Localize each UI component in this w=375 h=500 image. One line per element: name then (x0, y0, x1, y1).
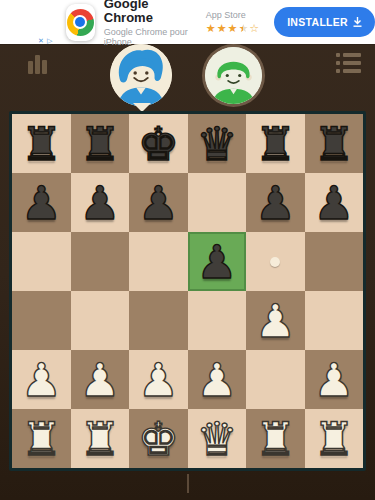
chess-piece-white-pawn[interactable]: ♟ (138, 357, 179, 403)
chess-piece-white-queen[interactable]: ♛ (196, 416, 237, 462)
chess-piece-white-rook[interactable]: ♜ (21, 416, 62, 462)
board-square-r3c6[interactable] (305, 232, 364, 291)
player-avatar-green[interactable] (205, 47, 262, 104)
chess-board-frame: ♜♜♚♛♜♜♟♟♟♟♟♟♟♟♟♟♟♟♜♜♚♛♜♜ (9, 111, 366, 471)
captured-pieces-icon (28, 55, 47, 74)
board-square-r6c1[interactable]: ♜ (12, 409, 71, 468)
board-square-r4c3[interactable] (129, 291, 188, 350)
chess-piece-black-pawn[interactable]: ♟ (255, 180, 296, 226)
board-square-r5c6[interactable]: ♟ (305, 350, 364, 409)
chrome-logo-icon (67, 9, 94, 36)
ad-text-block: Google Chrome Google Chrome pour iPhone (104, 0, 193, 47)
board-square-r3c4[interactable]: ♟ (188, 232, 247, 291)
chess-piece-black-rook[interactable]: ♜ (313, 121, 354, 167)
star-full-icon: ★ (206, 23, 216, 34)
board-square-r4c5[interactable]: ♟ (246, 291, 305, 350)
board-square-r6c3[interactable]: ♚ (129, 409, 188, 468)
menu-list-icon[interactable] (336, 53, 361, 73)
board-square-r5c5[interactable] (246, 350, 305, 409)
chess-piece-white-rook[interactable]: ♜ (255, 416, 296, 462)
chess-piece-white-pawn[interactable]: ♟ (313, 357, 354, 403)
board-square-r2c2[interactable]: ♟ (71, 173, 130, 232)
board-square-r3c1[interactable] (12, 232, 71, 291)
board-square-r5c4[interactable]: ♟ (188, 350, 247, 409)
chess-piece-black-rook[interactable]: ♜ (79, 121, 120, 167)
board-square-r3c5[interactable] (246, 232, 305, 291)
star-empty-icon: ☆ (249, 23, 259, 34)
board-square-r1c3[interactable]: ♚ (129, 114, 188, 173)
install-button-label: INSTALLER (287, 16, 348, 28)
board-square-r4c4[interactable] (188, 291, 247, 350)
move-hint-dot[interactable] (270, 257, 280, 267)
board-square-r4c1[interactable] (12, 291, 71, 350)
ad-app-title: Google Chrome (104, 0, 193, 25)
board-square-r2c1[interactable]: ♟ (12, 173, 71, 232)
board-square-r6c5[interactable]: ♜ (246, 409, 305, 468)
board-square-r5c2[interactable]: ♟ (71, 350, 130, 409)
board-square-r3c2[interactable] (71, 232, 130, 291)
captured-bar-3 (42, 60, 47, 74)
star-half-icon: ★ (238, 23, 248, 34)
chess-piece-black-pawn[interactable]: ♟ (313, 180, 354, 226)
chess-piece-black-pawn[interactable]: ♟ (138, 180, 179, 226)
star-full-icon: ★ (217, 23, 227, 34)
chess-piece-white-pawn[interactable]: ♟ (255, 298, 296, 344)
chess-piece-black-pawn[interactable]: ♟ (196, 239, 237, 285)
board-square-r5c3[interactable]: ♟ (129, 350, 188, 409)
board-square-r2c6[interactable]: ♟ (305, 173, 364, 232)
board-square-r1c2[interactable]: ♜ (71, 114, 130, 173)
chess-piece-black-pawn[interactable]: ♟ (21, 180, 62, 226)
chess-piece-white-pawn[interactable]: ♟ (21, 357, 62, 403)
app-store-label: App Store (206, 10, 259, 20)
star-rating: ★★★★☆ (206, 23, 259, 34)
captured-bar-1 (28, 61, 33, 74)
adchoices-icon[interactable]: ▷ (47, 37, 52, 44)
download-icon (353, 17, 362, 27)
board-square-r2c5[interactable]: ♟ (246, 173, 305, 232)
adchoices-controls[interactable]: ✕ ▷ (38, 37, 52, 44)
board-square-r6c6[interactable]: ♜ (305, 409, 364, 468)
home-indicator-line (187, 474, 189, 493)
ad-content: Google Chrome Google Chrome pour iPhone … (66, 0, 375, 47)
board-square-r1c5[interactable]: ♜ (246, 114, 305, 173)
install-button[interactable]: INSTALLER (274, 7, 375, 37)
chrome-logo-blue-core (75, 17, 85, 27)
player-avatar-blue[interactable] (110, 44, 172, 106)
green-avatar-illustration (205, 47, 262, 104)
blue-avatar-illustration (110, 44, 172, 106)
ad-store-block: App Store ★★★★☆ (206, 10, 259, 34)
chess-piece-white-rook[interactable]: ♜ (313, 416, 354, 462)
board-square-r2c3[interactable]: ♟ (129, 173, 188, 232)
board-square-r4c2[interactable] (71, 291, 130, 350)
chess-piece-white-king[interactable]: ♚ (138, 416, 179, 462)
chess-piece-black-queen[interactable]: ♛ (196, 121, 237, 167)
chess-piece-white-rook[interactable]: ♜ (79, 416, 120, 462)
chess-piece-white-pawn[interactable]: ♟ (79, 357, 120, 403)
chess-piece-black-rook[interactable]: ♜ (21, 121, 62, 167)
board-square-r4c6[interactable] (305, 291, 364, 350)
chess-piece-black-rook[interactable]: ♜ (255, 121, 296, 167)
chess-piece-black-king[interactable]: ♚ (138, 121, 179, 167)
board-square-r5c1[interactable]: ♟ (12, 350, 71, 409)
board-square-r2c4[interactable] (188, 173, 247, 232)
captured-bar-2 (35, 55, 40, 74)
app-screen: Google Chrome Google Chrome pour iPhone … (0, 0, 375, 500)
board-square-r1c1[interactable]: ♜ (12, 114, 71, 173)
board-square-r1c4[interactable]: ♛ (188, 114, 247, 173)
board-square-r6c2[interactable]: ♜ (71, 409, 130, 468)
chess-piece-black-pawn[interactable]: ♟ (79, 180, 120, 226)
chess-piece-white-pawn[interactable]: ♟ (196, 357, 237, 403)
board-square-r6c4[interactable]: ♛ (188, 409, 247, 468)
board-square-r1c6[interactable]: ♜ (305, 114, 364, 173)
ad-close-icon[interactable]: ✕ (38, 37, 44, 44)
chrome-app-icon (66, 4, 95, 41)
star-full-icon: ★ (228, 23, 238, 34)
ad-banner[interactable]: Google Chrome Google Chrome pour iPhone … (0, 0, 375, 44)
chess-board[interactable]: ♜♜♚♛♜♜♟♟♟♟♟♟♟♟♟♟♟♟♜♜♚♛♜♜ (12, 114, 363, 468)
board-square-r3c3[interactable] (129, 232, 188, 291)
